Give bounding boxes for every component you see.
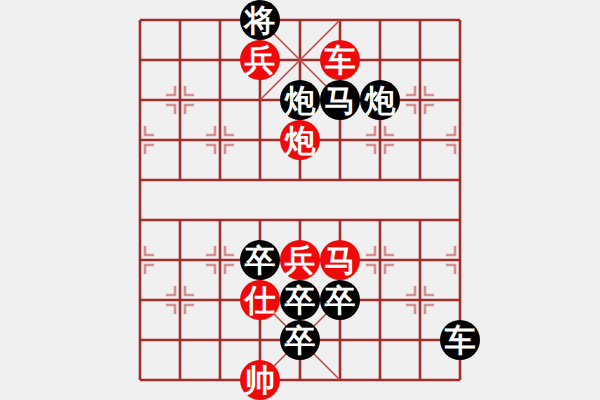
piece-red-chariot[interactable]: 车: [320, 40, 360, 80]
piece-black-soldier[interactable]: 卒: [240, 240, 280, 280]
piece-black-cannon[interactable]: 炮: [280, 80, 320, 120]
piece-red-cannon[interactable]: 炮: [280, 120, 320, 160]
xiangqi-board-diagram: 将兵车炮马炮炮卒兵马仕卒卒卒车帅: [0, 0, 600, 400]
piece-black-soldier[interactable]: 卒: [280, 280, 320, 320]
piece-red-horse[interactable]: 马: [320, 240, 360, 280]
piece-black-cannon[interactable]: 炮: [360, 80, 400, 120]
piece-red-soldier[interactable]: 兵: [240, 40, 280, 80]
pieces-layer: 将兵车炮马炮炮卒兵马仕卒卒卒车帅: [120, 0, 480, 400]
piece-red-advisor[interactable]: 仕: [240, 280, 280, 320]
piece-black-horse[interactable]: 马: [320, 80, 360, 120]
piece-black-soldier[interactable]: 卒: [280, 320, 320, 360]
piece-black-chariot[interactable]: 车: [440, 320, 480, 360]
piece-black-soldier[interactable]: 卒: [320, 280, 360, 320]
piece-red-general[interactable]: 帅: [240, 360, 280, 400]
piece-black-general[interactable]: 将: [240, 0, 280, 40]
piece-red-soldier[interactable]: 兵: [280, 240, 320, 280]
